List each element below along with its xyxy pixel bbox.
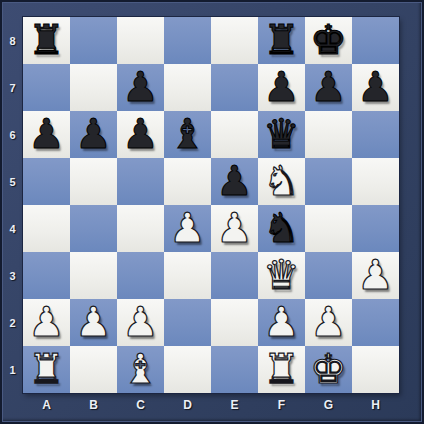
square-b6[interactable]: ♟: [70, 111, 117, 158]
square-h5[interactable]: [352, 158, 399, 205]
black-pawn-piece[interactable]: ♟: [305, 64, 352, 111]
square-c6[interactable]: ♟: [117, 111, 164, 158]
white-pawn-piece[interactable]: ♟: [164, 205, 211, 252]
square-g1[interactable]: ♚: [305, 346, 352, 393]
file-label-a: A: [23, 394, 70, 416]
black-queen-piece[interactable]: ♛: [258, 111, 305, 158]
square-f6[interactable]: ♛: [258, 111, 305, 158]
rank-label-3: 3: [2, 252, 23, 299]
rank-label-1: 1: [2, 346, 23, 393]
square-d3[interactable]: [164, 252, 211, 299]
black-rook-piece[interactable]: ♜: [23, 17, 70, 64]
square-b7[interactable]: [70, 64, 117, 111]
square-b8[interactable]: [70, 17, 117, 64]
square-a4[interactable]: [23, 205, 70, 252]
white-bishop-piece[interactable]: ♝: [117, 346, 164, 393]
square-e6[interactable]: [211, 111, 258, 158]
square-d1[interactable]: [164, 346, 211, 393]
square-a3[interactable]: [23, 252, 70, 299]
square-h3[interactable]: ♟: [352, 252, 399, 299]
square-a6[interactable]: ♟: [23, 111, 70, 158]
file-label-c: C: [117, 394, 164, 416]
square-a5[interactable]: [23, 158, 70, 205]
square-b1[interactable]: [70, 346, 117, 393]
square-c2[interactable]: ♟: [117, 299, 164, 346]
black-pawn-piece[interactable]: ♟: [70, 111, 117, 158]
square-h6[interactable]: [352, 111, 399, 158]
white-pawn-piece[interactable]: ♟: [258, 299, 305, 346]
square-d6[interactable]: ♝: [164, 111, 211, 158]
black-rook-piece[interactable]: ♜: [258, 17, 305, 64]
square-c1[interactable]: ♝: [117, 346, 164, 393]
square-f1[interactable]: ♜: [258, 346, 305, 393]
square-b2[interactable]: ♟: [70, 299, 117, 346]
square-b4[interactable]: [70, 205, 117, 252]
square-c8[interactable]: [117, 17, 164, 64]
square-a1[interactable]: ♜: [23, 346, 70, 393]
square-a7[interactable]: [23, 64, 70, 111]
square-f2[interactable]: ♟: [258, 299, 305, 346]
file-label-e: E: [211, 394, 258, 416]
rank-label-7: 7: [2, 64, 23, 111]
square-e3[interactable]: [211, 252, 258, 299]
square-e7[interactable]: [211, 64, 258, 111]
square-h1[interactable]: [352, 346, 399, 393]
square-f5[interactable]: ♞: [258, 158, 305, 205]
square-h4[interactable]: [352, 205, 399, 252]
square-d4[interactable]: ♟: [164, 205, 211, 252]
black-knight-piece[interactable]: ♞: [258, 205, 305, 252]
square-g7[interactable]: ♟: [305, 64, 352, 111]
square-d7[interactable]: [164, 64, 211, 111]
square-g4[interactable]: [305, 205, 352, 252]
black-bishop-piece[interactable]: ♝: [164, 111, 211, 158]
white-pawn-piece[interactable]: ♟: [352, 252, 399, 299]
white-pawn-piece[interactable]: ♟: [23, 299, 70, 346]
rank-label-6: 6: [2, 111, 23, 158]
square-d2[interactable]: [164, 299, 211, 346]
square-g3[interactable]: [305, 252, 352, 299]
square-d5[interactable]: [164, 158, 211, 205]
file-label-f: F: [258, 394, 305, 416]
square-c5[interactable]: [117, 158, 164, 205]
square-e4[interactable]: ♟: [211, 205, 258, 252]
square-g2[interactable]: ♟: [305, 299, 352, 346]
file-label-d: D: [164, 394, 211, 416]
square-c7[interactable]: ♟: [117, 64, 164, 111]
black-pawn-piece[interactable]: ♟: [23, 111, 70, 158]
square-g5[interactable]: [305, 158, 352, 205]
square-e8[interactable]: [211, 17, 258, 64]
black-pawn-piece[interactable]: ♟: [211, 158, 258, 205]
rank-label-8: 8: [2, 17, 23, 64]
square-f4[interactable]: ♞: [258, 205, 305, 252]
chessboard[interactable]: ♜♜♚♟♟♟♟♟♟♟♝♛♟♞♟♟♞♛♟♟♟♟♟♟♜♝♜♚: [23, 17, 399, 393]
black-king-piece[interactable]: ♚: [305, 17, 352, 64]
square-e5[interactable]: ♟: [211, 158, 258, 205]
white-knight-piece[interactable]: ♞: [258, 158, 305, 205]
file-label-g: G: [305, 394, 352, 416]
square-f7[interactable]: ♟: [258, 64, 305, 111]
rank-labels: 87654321: [2, 17, 23, 393]
file-labels: ABCDEFGH: [23, 394, 399, 416]
white-rook-piece[interactable]: ♜: [258, 346, 305, 393]
rank-label-5: 5: [2, 158, 23, 205]
square-h7[interactable]: ♟: [352, 64, 399, 111]
white-pawn-piece[interactable]: ♟: [305, 299, 352, 346]
square-a2[interactable]: ♟: [23, 299, 70, 346]
black-pawn-piece[interactable]: ♟: [258, 64, 305, 111]
white-pawn-piece[interactable]: ♟: [70, 299, 117, 346]
rank-label-2: 2: [2, 299, 23, 346]
square-f3[interactable]: ♛: [258, 252, 305, 299]
square-f8[interactable]: ♜: [258, 17, 305, 64]
chessboard-frame: 87654321 ♜♜♚♟♟♟♟♟♟♟♝♛♟♞♟♟♞♛♟♟♟♟♟♟♜♝♜♚ AB…: [0, 0, 424, 424]
square-e2[interactable]: [211, 299, 258, 346]
black-pawn-piece[interactable]: ♟: [352, 64, 399, 111]
file-label-h: H: [352, 394, 399, 416]
white-king-piece[interactable]: ♚: [305, 346, 352, 393]
square-d8[interactable]: [164, 17, 211, 64]
black-pawn-piece[interactable]: ♟: [117, 111, 164, 158]
square-b5[interactable]: [70, 158, 117, 205]
square-b3[interactable]: [70, 252, 117, 299]
white-pawn-piece[interactable]: ♟: [117, 299, 164, 346]
square-g8[interactable]: ♚: [305, 17, 352, 64]
white-pawn-piece[interactable]: ♟: [211, 205, 258, 252]
square-c3[interactable]: [117, 252, 164, 299]
white-rook-piece[interactable]: ♜: [23, 346, 70, 393]
white-queen-piece[interactable]: ♛: [258, 252, 305, 299]
black-pawn-piece[interactable]: ♟: [117, 64, 164, 111]
square-e1[interactable]: [211, 346, 258, 393]
square-g6[interactable]: [305, 111, 352, 158]
square-h8[interactable]: [352, 17, 399, 64]
square-h2[interactable]: [352, 299, 399, 346]
file-label-b: B: [70, 394, 117, 416]
square-a8[interactable]: ♜: [23, 17, 70, 64]
rank-label-4: 4: [2, 205, 23, 252]
square-c4[interactable]: [117, 205, 164, 252]
